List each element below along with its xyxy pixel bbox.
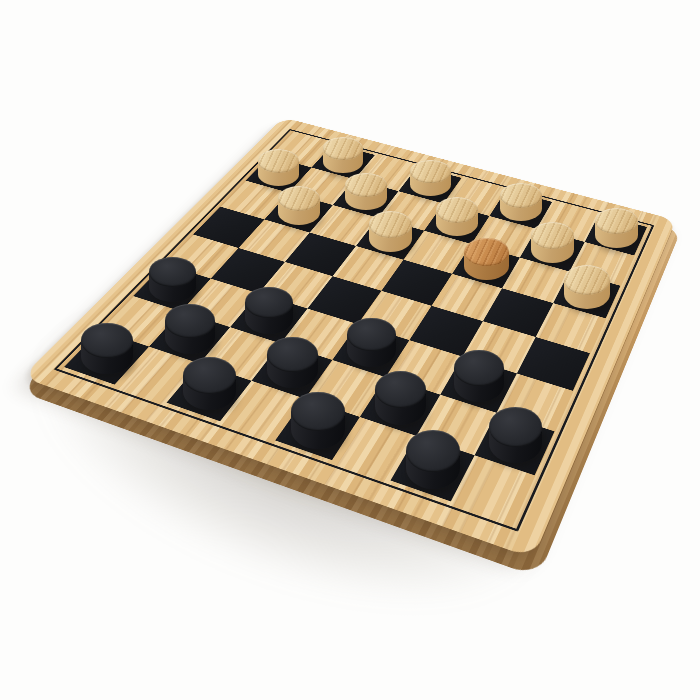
scene — [0, 0, 700, 700]
